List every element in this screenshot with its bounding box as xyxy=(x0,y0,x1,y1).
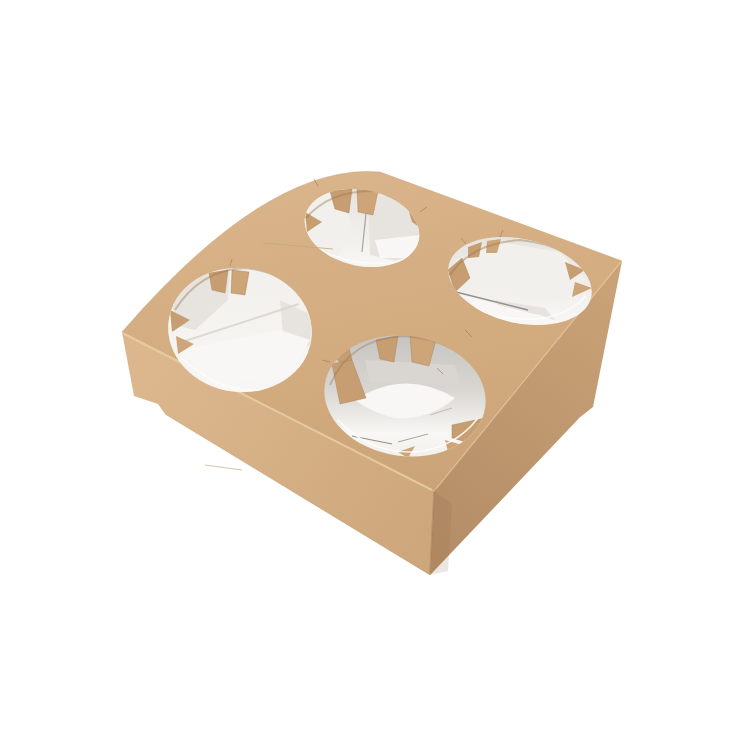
photo-stage: Kraft cardboard 4-cup drink carrier tray… xyxy=(0,0,750,750)
product-photo: Kraft cardboard 4-cup drink carrier tray… xyxy=(0,0,750,750)
cup-carrier-illustration xyxy=(0,0,750,750)
